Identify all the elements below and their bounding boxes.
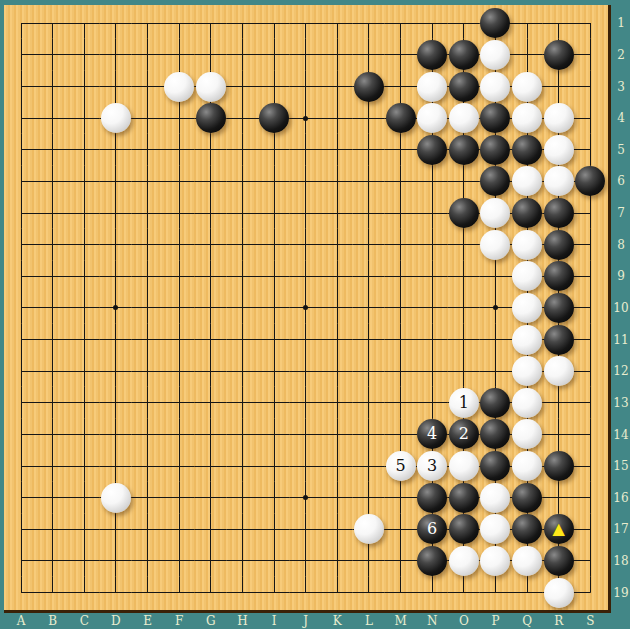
intersection-I16[interactable] <box>258 482 290 514</box>
intersection-P5[interactable] <box>480 134 512 166</box>
intersection-B5[interactable] <box>37 134 69 166</box>
intersection-O17[interactable] <box>448 514 480 546</box>
intersection-R19[interactable] <box>543 577 575 609</box>
intersection-H11[interactable] <box>227 324 259 356</box>
intersection-J8[interactable] <box>290 229 322 261</box>
intersection-H14[interactable] <box>227 419 259 451</box>
intersection-J10[interactable] <box>290 292 322 324</box>
intersection-B15[interactable] <box>37 450 69 482</box>
intersection-L15[interactable] <box>353 450 385 482</box>
intersection-C7[interactable] <box>68 197 100 229</box>
intersection-G9[interactable] <box>195 261 227 293</box>
intersection-Q11[interactable] <box>511 324 543 356</box>
intersection-D15[interactable] <box>100 450 132 482</box>
intersection-F6[interactable] <box>163 166 195 198</box>
intersection-L18[interactable] <box>353 545 385 577</box>
intersection-I12[interactable] <box>258 355 290 387</box>
intersection-N12[interactable] <box>416 355 448 387</box>
intersection-K2[interactable] <box>321 39 353 71</box>
intersection-D10[interactable] <box>100 292 132 324</box>
intersection-J7[interactable] <box>290 197 322 229</box>
intersection-M2[interactable] <box>385 39 417 71</box>
intersection-A3[interactable] <box>5 71 37 103</box>
intersection-J11[interactable] <box>290 324 322 356</box>
intersection-N1[interactable] <box>416 8 448 40</box>
intersection-F11[interactable] <box>163 324 195 356</box>
intersection-S12[interactable] <box>574 355 606 387</box>
intersection-R1[interactable] <box>543 8 575 40</box>
intersection-S18[interactable] <box>574 545 606 577</box>
intersection-E3[interactable] <box>132 71 164 103</box>
intersection-K19[interactable] <box>321 577 353 609</box>
intersection-H7[interactable] <box>227 197 259 229</box>
intersection-N15[interactable]: 3 <box>416 450 448 482</box>
intersection-L6[interactable] <box>353 166 385 198</box>
intersection-J12[interactable] <box>290 355 322 387</box>
intersection-J19[interactable] <box>290 577 322 609</box>
intersection-R18[interactable] <box>543 545 575 577</box>
intersection-Q12[interactable] <box>511 355 543 387</box>
intersection-D6[interactable] <box>100 166 132 198</box>
intersection-R13[interactable] <box>543 387 575 419</box>
intersection-J16[interactable] <box>290 482 322 514</box>
intersection-H13[interactable] <box>227 387 259 419</box>
intersection-Q18[interactable] <box>511 545 543 577</box>
intersection-G5[interactable] <box>195 134 227 166</box>
intersection-P13[interactable] <box>480 387 512 419</box>
intersection-S9[interactable] <box>574 261 606 293</box>
intersection-P15[interactable] <box>480 450 512 482</box>
intersection-J2[interactable] <box>290 39 322 71</box>
intersection-I18[interactable] <box>258 545 290 577</box>
intersection-H15[interactable] <box>227 450 259 482</box>
intersection-P7[interactable] <box>480 197 512 229</box>
intersection-N13[interactable] <box>416 387 448 419</box>
intersection-O19[interactable] <box>448 577 480 609</box>
intersection-I4[interactable] <box>258 102 290 134</box>
intersection-O8[interactable] <box>448 229 480 261</box>
intersection-R14[interactable] <box>543 419 575 451</box>
intersection-N9[interactable] <box>416 261 448 293</box>
intersection-K13[interactable] <box>321 387 353 419</box>
intersection-P8[interactable] <box>480 229 512 261</box>
intersection-K15[interactable] <box>321 450 353 482</box>
intersection-Q13[interactable] <box>511 387 543 419</box>
intersection-H17[interactable] <box>227 514 259 546</box>
intersection-R7[interactable] <box>543 197 575 229</box>
intersection-B4[interactable] <box>37 102 69 134</box>
intersection-P12[interactable] <box>480 355 512 387</box>
intersection-M14[interactable] <box>385 419 417 451</box>
intersection-L11[interactable] <box>353 324 385 356</box>
intersection-I1[interactable] <box>258 8 290 40</box>
intersection-G3[interactable] <box>195 71 227 103</box>
intersection-I7[interactable] <box>258 197 290 229</box>
intersection-C5[interactable] <box>68 134 100 166</box>
intersection-I10[interactable] <box>258 292 290 324</box>
intersection-N14[interactable]: 4 <box>416 419 448 451</box>
intersection-K4[interactable] <box>321 102 353 134</box>
intersection-R8[interactable] <box>543 229 575 261</box>
intersection-Q10[interactable] <box>511 292 543 324</box>
intersection-B7[interactable] <box>37 197 69 229</box>
intersection-L9[interactable] <box>353 261 385 293</box>
intersection-L16[interactable] <box>353 482 385 514</box>
intersection-H1[interactable] <box>227 8 259 40</box>
intersection-M7[interactable] <box>385 197 417 229</box>
intersection-H6[interactable] <box>227 166 259 198</box>
intersection-O1[interactable] <box>448 8 480 40</box>
intersection-D9[interactable] <box>100 261 132 293</box>
intersection-D13[interactable] <box>100 387 132 419</box>
intersection-Q7[interactable] <box>511 197 543 229</box>
intersection-S2[interactable] <box>574 39 606 71</box>
intersection-C4[interactable] <box>68 102 100 134</box>
intersection-E7[interactable] <box>132 197 164 229</box>
intersection-C10[interactable] <box>68 292 100 324</box>
intersection-P9[interactable] <box>480 261 512 293</box>
intersection-B1[interactable] <box>37 8 69 40</box>
intersection-J15[interactable] <box>290 450 322 482</box>
intersection-R6[interactable] <box>543 166 575 198</box>
intersection-C12[interactable] <box>68 355 100 387</box>
intersection-M6[interactable] <box>385 166 417 198</box>
intersection-P18[interactable] <box>480 545 512 577</box>
intersection-A9[interactable] <box>5 261 37 293</box>
intersection-F14[interactable] <box>163 419 195 451</box>
intersection-L10[interactable] <box>353 292 385 324</box>
intersection-S10[interactable] <box>574 292 606 324</box>
intersection-K11[interactable] <box>321 324 353 356</box>
intersection-R2[interactable] <box>543 39 575 71</box>
intersection-O9[interactable] <box>448 261 480 293</box>
intersection-E19[interactable] <box>132 577 164 609</box>
intersection-J14[interactable] <box>290 419 322 451</box>
intersection-L7[interactable] <box>353 197 385 229</box>
intersection-R4[interactable] <box>543 102 575 134</box>
intersection-E16[interactable] <box>132 482 164 514</box>
intersection-H5[interactable] <box>227 134 259 166</box>
intersection-F1[interactable] <box>163 8 195 40</box>
intersection-C14[interactable] <box>68 419 100 451</box>
intersection-R17[interactable]: ▲ <box>543 514 575 546</box>
intersection-S14[interactable] <box>574 419 606 451</box>
intersection-A4[interactable] <box>5 102 37 134</box>
intersection-D16[interactable] <box>100 482 132 514</box>
intersection-Q8[interactable] <box>511 229 543 261</box>
intersection-A1[interactable] <box>5 8 37 40</box>
intersection-E8[interactable] <box>132 229 164 261</box>
intersection-O11[interactable] <box>448 324 480 356</box>
intersection-R11[interactable] <box>543 324 575 356</box>
intersection-S11[interactable] <box>574 324 606 356</box>
intersection-L3[interactable] <box>353 71 385 103</box>
intersection-N2[interactable] <box>416 39 448 71</box>
intersection-S7[interactable] <box>574 197 606 229</box>
intersection-L19[interactable] <box>353 577 385 609</box>
intersection-J5[interactable] <box>290 134 322 166</box>
intersection-N4[interactable] <box>416 102 448 134</box>
intersection-R10[interactable] <box>543 292 575 324</box>
intersection-G16[interactable] <box>195 482 227 514</box>
intersection-J9[interactable] <box>290 261 322 293</box>
intersection-M15[interactable]: 5 <box>385 450 417 482</box>
intersection-I8[interactable] <box>258 229 290 261</box>
intersection-Q17[interactable] <box>511 514 543 546</box>
intersection-I17[interactable] <box>258 514 290 546</box>
intersection-E5[interactable] <box>132 134 164 166</box>
intersection-G11[interactable] <box>195 324 227 356</box>
intersection-A17[interactable] <box>5 514 37 546</box>
intersection-E9[interactable] <box>132 261 164 293</box>
intersection-Q5[interactable] <box>511 134 543 166</box>
intersection-L13[interactable] <box>353 387 385 419</box>
intersection-G4[interactable] <box>195 102 227 134</box>
intersection-L4[interactable] <box>353 102 385 134</box>
intersection-H4[interactable] <box>227 102 259 134</box>
intersection-C2[interactable] <box>68 39 100 71</box>
intersection-B3[interactable] <box>37 71 69 103</box>
intersection-E15[interactable] <box>132 450 164 482</box>
intersection-M11[interactable] <box>385 324 417 356</box>
intersection-E17[interactable] <box>132 514 164 546</box>
intersection-K7[interactable] <box>321 197 353 229</box>
intersection-A8[interactable] <box>5 229 37 261</box>
intersection-N17[interactable]: 6 <box>416 514 448 546</box>
intersection-A13[interactable] <box>5 387 37 419</box>
intersection-A18[interactable] <box>5 545 37 577</box>
intersection-E2[interactable] <box>132 39 164 71</box>
intersection-K12[interactable] <box>321 355 353 387</box>
intersection-A5[interactable] <box>5 134 37 166</box>
intersection-H3[interactable] <box>227 71 259 103</box>
intersection-N18[interactable] <box>416 545 448 577</box>
intersection-Q9[interactable] <box>511 261 543 293</box>
intersection-P17[interactable] <box>480 514 512 546</box>
intersection-G6[interactable] <box>195 166 227 198</box>
intersection-N10[interactable] <box>416 292 448 324</box>
intersection-O16[interactable] <box>448 482 480 514</box>
intersection-O13[interactable]: 1 <box>448 387 480 419</box>
intersection-K6[interactable] <box>321 166 353 198</box>
intersection-E18[interactable] <box>132 545 164 577</box>
intersection-B11[interactable] <box>37 324 69 356</box>
intersection-C19[interactable] <box>68 577 100 609</box>
intersection-H8[interactable] <box>227 229 259 261</box>
intersection-P2[interactable] <box>480 39 512 71</box>
intersection-O18[interactable] <box>448 545 480 577</box>
intersection-F15[interactable] <box>163 450 195 482</box>
intersection-I2[interactable] <box>258 39 290 71</box>
intersection-D4[interactable] <box>100 102 132 134</box>
intersection-G8[interactable] <box>195 229 227 261</box>
intersection-F16[interactable] <box>163 482 195 514</box>
intersection-O12[interactable] <box>448 355 480 387</box>
intersection-N5[interactable] <box>416 134 448 166</box>
intersection-A16[interactable] <box>5 482 37 514</box>
intersection-P4[interactable] <box>480 102 512 134</box>
intersection-K10[interactable] <box>321 292 353 324</box>
intersection-E1[interactable] <box>132 8 164 40</box>
intersection-P6[interactable] <box>480 166 512 198</box>
intersection-O4[interactable] <box>448 102 480 134</box>
intersection-N11[interactable] <box>416 324 448 356</box>
intersection-Q4[interactable] <box>511 102 543 134</box>
intersection-C17[interactable] <box>68 514 100 546</box>
intersection-B17[interactable] <box>37 514 69 546</box>
intersection-S3[interactable] <box>574 71 606 103</box>
intersection-B10[interactable] <box>37 292 69 324</box>
intersection-K14[interactable] <box>321 419 353 451</box>
intersection-S5[interactable] <box>574 134 606 166</box>
intersection-H12[interactable] <box>227 355 259 387</box>
intersection-B9[interactable] <box>37 261 69 293</box>
intersection-F8[interactable] <box>163 229 195 261</box>
intersection-G15[interactable] <box>195 450 227 482</box>
intersection-G17[interactable] <box>195 514 227 546</box>
intersection-D8[interactable] <box>100 229 132 261</box>
intersection-M12[interactable] <box>385 355 417 387</box>
intersection-M18[interactable] <box>385 545 417 577</box>
intersection-Q3[interactable] <box>511 71 543 103</box>
intersection-J1[interactable] <box>290 8 322 40</box>
intersection-K16[interactable] <box>321 482 353 514</box>
intersection-C16[interactable] <box>68 482 100 514</box>
intersection-I5[interactable] <box>258 134 290 166</box>
intersection-C9[interactable] <box>68 261 100 293</box>
intersection-M19[interactable] <box>385 577 417 609</box>
intersection-H9[interactable] <box>227 261 259 293</box>
intersection-F12[interactable] <box>163 355 195 387</box>
intersection-F9[interactable] <box>163 261 195 293</box>
intersection-G7[interactable] <box>195 197 227 229</box>
intersection-I6[interactable] <box>258 166 290 198</box>
intersection-M10[interactable] <box>385 292 417 324</box>
intersection-H16[interactable] <box>227 482 259 514</box>
intersection-C3[interactable] <box>68 71 100 103</box>
intersection-A2[interactable] <box>5 39 37 71</box>
intersection-I15[interactable] <box>258 450 290 482</box>
intersection-Q15[interactable] <box>511 450 543 482</box>
intersection-S16[interactable] <box>574 482 606 514</box>
intersection-O15[interactable] <box>448 450 480 482</box>
intersection-G13[interactable] <box>195 387 227 419</box>
intersection-K9[interactable] <box>321 261 353 293</box>
intersection-M17[interactable] <box>385 514 417 546</box>
intersection-E11[interactable] <box>132 324 164 356</box>
intersection-D18[interactable] <box>100 545 132 577</box>
intersection-C15[interactable] <box>68 450 100 482</box>
intersection-L8[interactable] <box>353 229 385 261</box>
intersection-Q2[interactable] <box>511 39 543 71</box>
intersection-F2[interactable] <box>163 39 195 71</box>
intersection-B14[interactable] <box>37 419 69 451</box>
intersection-O3[interactable] <box>448 71 480 103</box>
intersection-F10[interactable] <box>163 292 195 324</box>
intersection-J6[interactable] <box>290 166 322 198</box>
intersection-E13[interactable] <box>132 387 164 419</box>
intersection-J18[interactable] <box>290 545 322 577</box>
intersection-G10[interactable] <box>195 292 227 324</box>
intersection-F17[interactable] <box>163 514 195 546</box>
intersection-E14[interactable] <box>132 419 164 451</box>
intersection-J3[interactable] <box>290 71 322 103</box>
intersection-F4[interactable] <box>163 102 195 134</box>
intersection-C18[interactable] <box>68 545 100 577</box>
intersection-A15[interactable] <box>5 450 37 482</box>
intersection-K1[interactable] <box>321 8 353 40</box>
intersection-A19[interactable] <box>5 577 37 609</box>
intersection-D11[interactable] <box>100 324 132 356</box>
intersection-R5[interactable] <box>543 134 575 166</box>
intersection-N8[interactable] <box>416 229 448 261</box>
intersection-R12[interactable] <box>543 355 575 387</box>
intersection-A12[interactable] <box>5 355 37 387</box>
intersection-H10[interactable] <box>227 292 259 324</box>
intersection-E10[interactable] <box>132 292 164 324</box>
intersection-M3[interactable] <box>385 71 417 103</box>
intersection-C6[interactable] <box>68 166 100 198</box>
intersection-Q19[interactable] <box>511 577 543 609</box>
intersection-G14[interactable] <box>195 419 227 451</box>
intersection-P19[interactable] <box>480 577 512 609</box>
intersection-R16[interactable] <box>543 482 575 514</box>
intersection-J13[interactable] <box>290 387 322 419</box>
intersection-Q16[interactable] <box>511 482 543 514</box>
intersection-K8[interactable] <box>321 229 353 261</box>
intersection-L2[interactable] <box>353 39 385 71</box>
intersection-H18[interactable] <box>227 545 259 577</box>
intersection-P11[interactable] <box>480 324 512 356</box>
intersection-K3[interactable] <box>321 71 353 103</box>
intersection-D5[interactable] <box>100 134 132 166</box>
intersection-D17[interactable] <box>100 514 132 546</box>
intersection-F5[interactable] <box>163 134 195 166</box>
intersection-L12[interactable] <box>353 355 385 387</box>
intersection-G1[interactable] <box>195 8 227 40</box>
intersection-B13[interactable] <box>37 387 69 419</box>
intersection-S15[interactable] <box>574 450 606 482</box>
intersection-G12[interactable] <box>195 355 227 387</box>
intersection-A11[interactable] <box>5 324 37 356</box>
intersection-Q14[interactable] <box>511 419 543 451</box>
intersection-L17[interactable] <box>353 514 385 546</box>
intersection-F18[interactable] <box>163 545 195 577</box>
intersection-P10[interactable] <box>480 292 512 324</box>
intersection-S6[interactable] <box>574 166 606 198</box>
intersection-F7[interactable] <box>163 197 195 229</box>
intersection-D2[interactable] <box>100 39 132 71</box>
intersection-S19[interactable] <box>574 577 606 609</box>
intersection-C11[interactable] <box>68 324 100 356</box>
intersection-D19[interactable] <box>100 577 132 609</box>
intersection-G19[interactable] <box>195 577 227 609</box>
intersection-Q6[interactable] <box>511 166 543 198</box>
intersection-P1[interactable] <box>480 8 512 40</box>
intersection-A14[interactable] <box>5 419 37 451</box>
intersection-R9[interactable] <box>543 261 575 293</box>
intersection-B16[interactable] <box>37 482 69 514</box>
intersection-C1[interactable] <box>68 8 100 40</box>
intersection-N19[interactable] <box>416 577 448 609</box>
intersection-J4[interactable] <box>290 102 322 134</box>
intersection-M13[interactable] <box>385 387 417 419</box>
intersection-N6[interactable] <box>416 166 448 198</box>
intersection-S13[interactable] <box>574 387 606 419</box>
intersection-K18[interactable] <box>321 545 353 577</box>
intersection-I3[interactable] <box>258 71 290 103</box>
intersection-S8[interactable] <box>574 229 606 261</box>
